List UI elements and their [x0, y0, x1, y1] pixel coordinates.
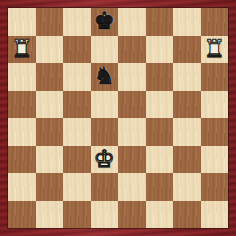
square-e7[interactable] — [118, 36, 146, 64]
square-g8[interactable] — [173, 8, 201, 36]
square-d1[interactable] — [91, 201, 119, 229]
square-h1[interactable] — [201, 201, 229, 229]
black-knight[interactable]: ♞ — [93, 63, 115, 90]
square-d3[interactable]: ♚ — [91, 146, 119, 174]
square-b1[interactable] — [36, 201, 64, 229]
square-e5[interactable] — [118, 91, 146, 119]
square-e1[interactable] — [118, 201, 146, 229]
square-a5[interactable] — [8, 91, 36, 119]
square-g6[interactable] — [173, 63, 201, 91]
square-d7[interactable] — [91, 36, 119, 64]
square-b2[interactable] — [36, 173, 64, 201]
square-f5[interactable] — [146, 91, 174, 119]
square-a6[interactable] — [8, 63, 36, 91]
square-c7[interactable] — [63, 36, 91, 64]
square-b3[interactable] — [36, 146, 64, 174]
square-h7[interactable]: ♜ — [201, 36, 229, 64]
square-h3[interactable] — [201, 146, 229, 174]
white-king[interactable]: ♚ — [93, 146, 115, 173]
square-a3[interactable] — [8, 146, 36, 174]
white-rook[interactable]: ♜ — [11, 36, 33, 63]
square-d2[interactable] — [91, 173, 119, 201]
square-e3[interactable] — [118, 146, 146, 174]
square-h4[interactable] — [201, 118, 229, 146]
square-c1[interactable] — [63, 201, 91, 229]
square-f2[interactable] — [146, 173, 174, 201]
square-f8[interactable] — [146, 8, 174, 36]
square-f1[interactable] — [146, 201, 174, 229]
square-b8[interactable] — [36, 8, 64, 36]
square-a8[interactable] — [8, 8, 36, 36]
square-g5[interactable] — [173, 91, 201, 119]
square-g1[interactable] — [173, 201, 201, 229]
square-e2[interactable] — [118, 173, 146, 201]
square-a7[interactable]: ♜ — [8, 36, 36, 64]
square-c8[interactable] — [63, 8, 91, 36]
square-g3[interactable] — [173, 146, 201, 174]
square-e6[interactable] — [118, 63, 146, 91]
square-c5[interactable] — [63, 91, 91, 119]
black-king[interactable]: ♚ — [93, 8, 115, 35]
square-a1[interactable] — [8, 201, 36, 229]
board-frame: ♚♜♜♞♚ — [0, 0, 236, 236]
square-h2[interactable] — [201, 173, 229, 201]
square-f7[interactable] — [146, 36, 174, 64]
square-d4[interactable] — [91, 118, 119, 146]
square-e8[interactable] — [118, 8, 146, 36]
chess-board: ♚♜♜♞♚ — [8, 8, 228, 228]
white-rook[interactable]: ♜ — [203, 36, 225, 63]
square-b6[interactable] — [36, 63, 64, 91]
square-a2[interactable] — [8, 173, 36, 201]
square-h5[interactable] — [201, 91, 229, 119]
square-c4[interactable] — [63, 118, 91, 146]
square-c3[interactable] — [63, 146, 91, 174]
square-c2[interactable] — [63, 173, 91, 201]
square-h8[interactable] — [201, 8, 229, 36]
square-d5[interactable] — [91, 91, 119, 119]
square-c6[interactable] — [63, 63, 91, 91]
square-b4[interactable] — [36, 118, 64, 146]
square-f6[interactable] — [146, 63, 174, 91]
square-d8[interactable]: ♚ — [91, 8, 119, 36]
square-h6[interactable] — [201, 63, 229, 91]
square-g7[interactable] — [173, 36, 201, 64]
square-b7[interactable] — [36, 36, 64, 64]
square-f4[interactable] — [146, 118, 174, 146]
square-a4[interactable] — [8, 118, 36, 146]
square-f3[interactable] — [146, 146, 174, 174]
square-d6[interactable]: ♞ — [91, 63, 119, 91]
square-g2[interactable] — [173, 173, 201, 201]
square-e4[interactable] — [118, 118, 146, 146]
square-b5[interactable] — [36, 91, 64, 119]
square-g4[interactable] — [173, 118, 201, 146]
